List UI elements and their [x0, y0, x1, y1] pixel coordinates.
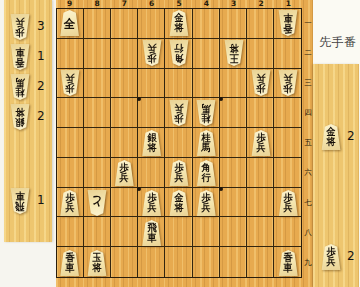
piece-kanji: 兵 [15, 17, 24, 28]
square-1八 [274, 217, 301, 247]
gote-knight-piece: 桂馬 [10, 74, 30, 100]
square-9六 [57, 158, 84, 188]
square-2九 [247, 247, 274, 277]
rank-label-4: 四 [303, 98, 313, 128]
square-2二 [247, 39, 274, 69]
piece-kanji: 車 [15, 47, 24, 58]
square-6三 [138, 69, 165, 99]
piece-kanji: 兵 [284, 73, 293, 84]
piece-kanji: 桂 [202, 113, 211, 124]
gote-pawn-6二: 歩兵 [142, 40, 162, 66]
square-7一 [111, 9, 138, 39]
piece-kanji: 飛 [15, 201, 24, 212]
piece-kanji: 馬 [202, 143, 211, 154]
piece-kanji: 兵 [147, 203, 156, 214]
piece-kanji: 兵 [174, 173, 183, 184]
square-3四 [220, 98, 247, 128]
piece-kanji: 兵 [202, 203, 211, 214]
shogi-app: 歩兵3香車1桂馬2銀将2飛車1 987654321 一二三四五六七八九 全金将香… [0, 0, 360, 287]
sente-gold-piece: 金将 [321, 124, 341, 150]
square-8五 [84, 128, 111, 158]
piece-kanji: 兵 [256, 73, 265, 84]
rank-label-2: 二 [303, 38, 313, 68]
sente-pawn-5六: 歩兵 [169, 160, 189, 186]
square-7九 [111, 247, 138, 277]
square-4九 [193, 247, 220, 277]
gote-hand-knight-count: 2 [37, 79, 45, 93]
square-1六 [274, 158, 301, 188]
piece-kanji: 車 [284, 263, 293, 274]
square-2七 [247, 188, 274, 218]
star-point [219, 187, 223, 191]
square-2六 [247, 158, 274, 188]
piece-kanji: 歩 [174, 113, 183, 124]
file-label-2: 2 [247, 0, 274, 8]
piece-kanji: 兵 [65, 203, 74, 214]
sente-rook-6八: 飛車 [142, 220, 162, 246]
gote-pawn-9三: 歩兵 [60, 70, 80, 96]
square-8六 [84, 158, 111, 188]
sente-hand-tray: 金将2歩兵2 [313, 64, 359, 287]
rank-label-8: 八 [303, 218, 313, 248]
rank-label-6: 六 [303, 158, 313, 188]
star-point [219, 97, 223, 101]
square-6一 [138, 9, 165, 39]
piece-kanji: 銀 [15, 117, 24, 128]
piece-kanji: 車 [284, 13, 293, 24]
square-3八 [220, 217, 247, 247]
gote-lance-1一: 香車 [278, 10, 298, 36]
square-9二 [57, 39, 84, 69]
square-3三 [220, 69, 247, 99]
sente-pawn-1七: 歩兵 [278, 190, 298, 216]
piece-kanji: 兵 [120, 173, 129, 184]
side-to-move-label: 先手番 [316, 34, 360, 51]
square-5三 [165, 69, 192, 99]
piece-kanji: 将 [174, 23, 183, 34]
square-7三 [111, 69, 138, 99]
file-label-9: 9 [56, 0, 83, 8]
file-label-7: 7 [111, 0, 138, 8]
square-4二 [193, 39, 220, 69]
sente-hand-pawn-count: 2 [347, 249, 355, 263]
piece-kanji: 歩 [15, 27, 24, 38]
piece-kanji: 歩 [256, 83, 265, 94]
sente-knight-4五: 桂馬 [196, 130, 216, 156]
square-4一 [193, 9, 220, 39]
piece-kanji: 兵 [147, 43, 156, 54]
gote-tokin-8七: と [87, 190, 107, 216]
piece-kanji: 歩 [147, 53, 156, 64]
sente-lance-1九: 香車 [278, 250, 298, 276]
square-3七 [220, 188, 247, 218]
piece-kanji: 歩 [284, 83, 293, 94]
sente-lance-9九: 香車 [60, 250, 80, 276]
piece-kanji: 桂 [15, 87, 24, 98]
square-6九 [138, 247, 165, 277]
file-label-3: 3 [220, 0, 247, 8]
piece-kanji: 将 [229, 43, 238, 54]
piece-kanji: 全 [64, 17, 76, 30]
sente-promoted-silver-9一: 全 [60, 10, 80, 36]
square-6六 [138, 158, 165, 188]
file-label-4: 4 [193, 0, 220, 8]
piece-kanji: 王 [229, 53, 238, 64]
sente-pawn-6七: 歩兵 [142, 190, 162, 216]
piece-kanji: 将 [174, 203, 183, 214]
file-label-8: 8 [83, 0, 110, 8]
gote-silver-piece: 銀将 [10, 104, 30, 130]
gote-king-3二: 王将 [224, 40, 244, 66]
square-7八 [111, 217, 138, 247]
piece-kanji: 兵 [256, 143, 265, 154]
piece-kanji: 馬 [15, 77, 24, 88]
gote-hand-tray: 歩兵3香車1桂馬2銀将2飛車1 [4, 0, 52, 242]
gote-pawn-2三: 歩兵 [251, 70, 271, 96]
sente-gold-5一: 金将 [169, 10, 189, 36]
rank-label-9: 九 [303, 248, 313, 278]
star-point [137, 187, 141, 191]
square-3六 [220, 158, 247, 188]
square-8八 [84, 217, 111, 247]
square-6四 [138, 98, 165, 128]
gote-pawn-piece: 歩兵 [10, 14, 30, 40]
sente-pawn-piece: 歩兵 [321, 244, 341, 270]
gote-hand-pawn-count: 3 [37, 19, 45, 33]
file-label-6: 6 [138, 0, 165, 8]
rank-labels: 一二三四五六七八九 [303, 8, 313, 278]
star-point [137, 97, 141, 101]
gote-knight-4四: 桂馬 [196, 100, 216, 126]
square-9四 [57, 98, 84, 128]
piece-kanji: 将 [326, 137, 335, 148]
file-labels: 987654321 [56, 0, 302, 8]
square-7二 [111, 39, 138, 69]
square-3九 [220, 247, 247, 277]
square-8三 [84, 69, 111, 99]
rank-label-3: 三 [303, 68, 313, 98]
gote-hand-rook-count: 1 [37, 193, 45, 207]
square-7五 [111, 128, 138, 158]
square-4三 [193, 69, 220, 99]
sente-gold-5七: 金将 [169, 190, 189, 216]
rank-label-7: 七 [303, 188, 313, 218]
square-7七 [111, 188, 138, 218]
sente-pawn-2五: 歩兵 [251, 130, 271, 156]
square-5九 [165, 247, 192, 277]
square-3五 [220, 128, 247, 158]
square-2四 [247, 98, 274, 128]
sente-hand-panel: 先手番 金将2歩兵2 [313, 0, 360, 287]
square-8二 [84, 39, 111, 69]
piece-kanji: 行 [174, 43, 183, 54]
sente-king-8九: 玉将 [87, 250, 107, 276]
piece-kanji: 将 [15, 107, 24, 118]
square-5八 [165, 217, 192, 247]
square-9五 [57, 128, 84, 158]
square-7四 [111, 98, 138, 128]
piece-kanji: 兵 [284, 203, 293, 214]
piece-kanji: と [91, 197, 103, 210]
piece-kanji: 香 [284, 23, 293, 34]
piece-kanji: 車 [15, 191, 24, 202]
sente-silver-6五: 銀将 [142, 130, 162, 156]
sente-hand-gold-count: 2 [347, 129, 355, 143]
piece-kanji: 角 [174, 53, 183, 64]
file-label-5: 5 [165, 0, 192, 8]
square-8一 [84, 9, 111, 39]
square-5五 [165, 128, 192, 158]
sente-pawn-7六: 歩兵 [114, 160, 134, 186]
gote-hand-silver-count: 2 [37, 109, 45, 123]
gote-rook-piece: 飛車 [10, 188, 30, 214]
square-1二 [274, 39, 301, 69]
board-panel: 987654321 一二三四五六七八九 全金将香車歩兵角行王将歩兵歩兵歩兵歩兵桂… [56, 0, 313, 287]
sente-bishop-4六: 角行 [196, 160, 216, 186]
file-label-1: 1 [275, 0, 302, 8]
piece-kanji: 兵 [326, 257, 335, 268]
sente-pawn-9七: 歩兵 [60, 190, 80, 216]
piece-kanji: 兵 [174, 103, 183, 114]
piece-kanji: 行 [202, 173, 211, 184]
piece-kanji: 将 [92, 263, 101, 274]
gote-pawn-1三: 歩兵 [278, 70, 298, 96]
piece-kanji: 香 [15, 57, 24, 68]
gote-hand-panel: 歩兵3香車1桂馬2銀将2飛車1 [0, 0, 56, 287]
square-4八 [193, 217, 220, 247]
square-2八 [247, 217, 274, 247]
square-9八 [57, 217, 84, 247]
square-2一 [247, 9, 274, 39]
gote-lance-piece: 香車 [10, 44, 30, 70]
gote-bishop-5二: 角行 [169, 40, 189, 66]
piece-kanji: 馬 [202, 103, 211, 114]
square-1四 [274, 98, 301, 128]
sente-pawn-4七: 歩兵 [196, 190, 216, 216]
piece-kanji: 兵 [65, 73, 74, 84]
piece-kanji: 車 [65, 263, 74, 274]
rank-label-1: 一 [303, 8, 313, 38]
piece-kanji: 歩 [65, 83, 74, 94]
square-1五 [274, 128, 301, 158]
piece-kanji: 車 [147, 233, 156, 244]
gote-pawn-5四: 歩兵 [169, 100, 189, 126]
rank-label-5: 五 [303, 128, 313, 158]
piece-kanji: 将 [147, 143, 156, 154]
square-3一 [220, 9, 247, 39]
gote-hand-lance-count: 1 [37, 49, 45, 63]
square-8四 [84, 98, 111, 128]
